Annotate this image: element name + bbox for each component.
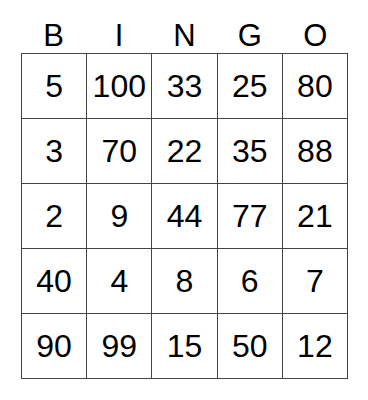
bingo-cell-r1c2[interactable]: 100 bbox=[87, 54, 151, 118]
bingo-cell-r3c5[interactable]: 21 bbox=[283, 184, 347, 248]
bingo-cell-r3c3[interactable]: 44 bbox=[152, 184, 216, 248]
bingo-cell-r2c1[interactable]: 3 bbox=[22, 119, 86, 183]
bingo-cell-r2c2[interactable]: 70 bbox=[87, 119, 151, 183]
bingo-cell-r3c2[interactable]: 9 bbox=[87, 184, 151, 248]
bingo-cell-r3c1[interactable]: 2 bbox=[22, 184, 86, 248]
header-letter-n: N bbox=[152, 17, 217, 53]
bingo-cell-r5c2[interactable]: 99 bbox=[87, 314, 151, 378]
bingo-cell-r4c2[interactable]: 4 bbox=[87, 249, 151, 313]
bingo-card: B I N G O 5 100 33 25 80 3 70 22 35 88 2… bbox=[0, 0, 368, 400]
bingo-cell-r3c4[interactable]: 77 bbox=[218, 184, 282, 248]
header-letter-i: I bbox=[86, 17, 151, 53]
header-letter-b: B bbox=[21, 17, 86, 53]
bingo-cell-r1c5[interactable]: 80 bbox=[283, 54, 347, 118]
bingo-cell-r5c3[interactable]: 15 bbox=[152, 314, 216, 378]
header-letter-o: O bbox=[283, 17, 348, 53]
bingo-cell-r2c3[interactable]: 22 bbox=[152, 119, 216, 183]
bingo-cell-r2c4[interactable]: 35 bbox=[218, 119, 282, 183]
header-letter-g: G bbox=[217, 17, 282, 53]
bingo-cell-r1c4[interactable]: 25 bbox=[218, 54, 282, 118]
bingo-cell-r5c1[interactable]: 90 bbox=[22, 314, 86, 378]
bingo-cell-r2c5[interactable]: 88 bbox=[283, 119, 347, 183]
bingo-cell-r4c5[interactable]: 7 bbox=[283, 249, 347, 313]
bingo-cell-r5c4[interactable]: 50 bbox=[218, 314, 282, 378]
bingo-cell-r5c5[interactable]: 12 bbox=[283, 314, 347, 378]
bingo-cell-r4c4[interactable]: 6 bbox=[218, 249, 282, 313]
bingo-cell-r4c1[interactable]: 40 bbox=[22, 249, 86, 313]
bingo-header-row: B I N G O bbox=[21, 17, 348, 53]
bingo-cell-r4c3[interactable]: 8 bbox=[152, 249, 216, 313]
bingo-cell-r1c1[interactable]: 5 bbox=[22, 54, 86, 118]
bingo-board-grid: 5 100 33 25 80 3 70 22 35 88 2 9 44 77 2… bbox=[21, 53, 348, 379]
bingo-cell-r1c3[interactable]: 33 bbox=[152, 54, 216, 118]
